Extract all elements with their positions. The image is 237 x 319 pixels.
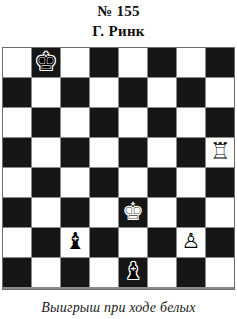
square-b5 <box>32 138 60 167</box>
square-h8 <box>206 48 234 77</box>
square-h2 <box>206 228 234 257</box>
square-a5 <box>3 138 31 167</box>
square-a7 <box>3 78 31 107</box>
square-g1 <box>177 258 205 287</box>
square-f2 <box>148 228 176 257</box>
composer-name: Г. Ринк <box>0 22 237 40</box>
square-b3 <box>32 198 60 227</box>
square-c2: ♝ <box>61 228 89 257</box>
square-d8 <box>90 48 118 77</box>
square-h3 <box>206 198 234 227</box>
white-king-piece: ♚ <box>122 199 144 224</box>
square-c6 <box>61 108 89 137</box>
square-h6 <box>206 108 234 137</box>
square-d5 <box>90 138 118 167</box>
square-g2: ♙ <box>177 228 205 257</box>
square-d3 <box>90 198 118 227</box>
square-d2 <box>90 228 118 257</box>
square-e4 <box>119 168 147 197</box>
square-a8 <box>3 48 31 77</box>
square-d7 <box>90 78 118 107</box>
square-b1 <box>32 258 60 287</box>
square-h5: ♖ <box>206 138 234 167</box>
square-g5 <box>177 138 205 167</box>
square-e6 <box>119 108 147 137</box>
puzzle-number: № 155 <box>0 2 237 20</box>
square-c1 <box>61 258 89 287</box>
square-d1 <box>90 258 118 287</box>
square-c7 <box>61 78 89 107</box>
square-c4 <box>61 168 89 197</box>
puzzle-page: № 155 Г. Ринк ♚♖♚♝♙♝ Выигрыш при ходе бе… <box>0 0 237 319</box>
square-g7 <box>177 78 205 107</box>
square-d6 <box>90 108 118 137</box>
square-h7 <box>206 78 234 107</box>
square-c8 <box>61 48 89 77</box>
square-a2 <box>3 228 31 257</box>
square-d4 <box>90 168 118 197</box>
square-c3 <box>61 198 89 227</box>
square-e3: ♚ <box>119 198 147 227</box>
square-c5 <box>61 138 89 167</box>
white-pawn-piece: ♙ <box>182 231 201 252</box>
square-b8: ♚ <box>32 48 60 77</box>
square-h4 <box>206 168 234 197</box>
square-a1 <box>3 258 31 287</box>
square-a6 <box>3 108 31 137</box>
square-e8 <box>119 48 147 77</box>
black-bishop-piece: ♝ <box>123 260 144 283</box>
square-g3 <box>177 198 205 227</box>
square-b6 <box>32 108 60 137</box>
square-f3 <box>148 198 176 227</box>
square-f7 <box>148 78 176 107</box>
square-h1 <box>206 258 234 287</box>
square-a4 <box>3 168 31 197</box>
square-f8 <box>148 48 176 77</box>
black-king-piece: ♚ <box>35 49 57 74</box>
white-rook-piece: ♖ <box>210 140 231 163</box>
square-b2 <box>32 228 60 257</box>
square-g4 <box>177 168 205 197</box>
stipulation-caption: Выигрыш при ходе белых <box>0 299 237 316</box>
square-f6 <box>148 108 176 137</box>
chess-board: ♚♖♚♝♙♝ <box>2 47 235 290</box>
square-f4 <box>148 168 176 197</box>
square-e5 <box>119 138 147 167</box>
square-e1: ♝ <box>119 258 147 287</box>
square-g8 <box>177 48 205 77</box>
square-f5 <box>148 138 176 167</box>
square-g6 <box>177 108 205 137</box>
square-b4 <box>32 168 60 197</box>
square-a3 <box>3 198 31 227</box>
square-f1 <box>148 258 176 287</box>
square-b7 <box>32 78 60 107</box>
square-e2 <box>119 228 147 257</box>
black-bishop-piece: ♝ <box>65 230 86 253</box>
square-e7 <box>119 78 147 107</box>
